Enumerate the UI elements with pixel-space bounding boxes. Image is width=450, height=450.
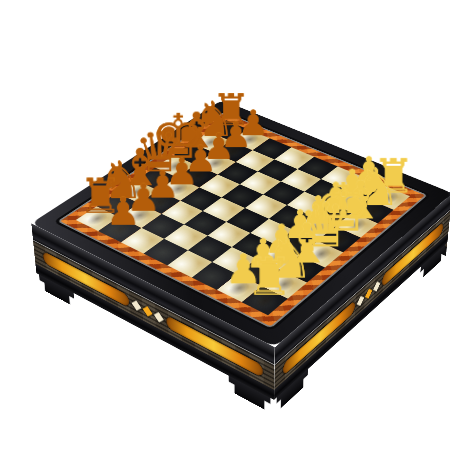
bone-diamond-inlay [373, 282, 380, 292]
piece-black-pawn: ♟ [77, 192, 169, 231]
square-a6 [121, 228, 164, 254]
bone-diamond-inlay [153, 312, 163, 323]
bone-diamond-inlay [356, 296, 363, 306]
square-a7: ♟ [98, 217, 141, 242]
square-a1: ♜ [242, 286, 288, 315]
bone-diamond-inlay [131, 300, 141, 310]
amber-diamond-inlay [142, 306, 152, 316]
amber-diamond-inlay [365, 289, 372, 299]
square-a5 [144, 239, 188, 265]
photo-stage: ♜♞♝♛♚♝♞♜♟♟♟♟♟♟♟♟♟♟♟♟♟♟♟♟♜♞♝♛♚♝♞♜ [0, 0, 450, 450]
product-photo-amber-chess-set: ♜♞♝♛♚♝♞♜♟♟♟♟♟♟♟♟♟♟♟♟♟♟♟♟♜♞♝♛♚♝♞♜ [0, 0, 450, 450]
piece-white-rook: ♜ [219, 250, 318, 303]
chess-box: ♜♞♝♛♚♝♞♜♟♟♟♟♟♟♟♟♟♟♟♟♟♟♟♟♜♞♝♛♚♝♞♜ [31, 100, 450, 347]
